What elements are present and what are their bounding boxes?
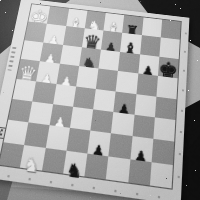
board-edge-brand-text [8,47,17,71]
board-grid: ♚♝♞♝♜♟♛♟♝♟♞♟♚♛♟♟♟♟♟♟♞♞ [0,3,182,189]
square-g2: ♟ [130,136,153,161]
square-h8 [161,20,181,40]
square-d5 [76,66,99,88]
square-f6 [118,52,140,74]
square-d7: ♛ [82,29,104,50]
square-g1 [128,159,152,186]
square-f1 [106,156,130,182]
square-g6: ♟ [138,54,159,76]
chess-board: ♚♝♞♝♜♟♛♟♝♟♞♟♚♛♟♟♟♟♟♟♞♞ [0,0,189,200]
square-f8: ♜ [122,15,143,35]
square-f2 [109,134,132,159]
square-e5 [96,69,118,91]
square-e6 [98,49,120,71]
square-e2: ♟ [87,131,111,156]
square-e8: ♝ [103,13,124,33]
square-d1: ♞ [63,150,88,176]
white-knight: ♞ [22,156,41,174]
square-g7 [140,35,161,56]
square-h7 [159,38,180,59]
square-h2 [151,139,174,165]
square-e7: ♟ [101,31,122,52]
square-f3 [111,112,134,136]
square-g8 [141,17,161,37]
square-e4 [93,89,116,112]
square-g4 [134,94,156,118]
square-h3 [153,117,175,142]
square-d4 [73,86,96,109]
square-g3 [132,115,155,140]
square-e3 [90,109,113,133]
square-d2 [66,128,90,153]
square-f5 [116,71,138,94]
photo-canvas: ♚♝♞♝♜♟♛♟♝♟♞♟♚♛♟♟♟♟♟♟♞♞ [0,0,200,200]
square-h6: ♚ [158,56,179,78]
square-d6: ♞ [79,47,101,69]
square-h4 [155,96,177,120]
square-h1 [150,162,173,189]
black-knight: ♞ [65,161,83,179]
square-d8: ♞ [85,11,106,31]
square-g5 [136,73,158,96]
square-e1 [84,153,108,179]
dust-speckles [0,0,1,1]
square-f4: ♟ [114,91,136,114]
square-d3 [70,107,94,131]
square-h5 [156,76,177,99]
square-f7: ♝ [120,33,141,54]
